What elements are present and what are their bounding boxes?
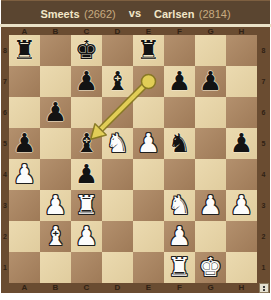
file-label-a: A	[9, 282, 40, 293]
square-h7[interactable]	[226, 66, 257, 97]
square-h5[interactable]: ♟	[226, 128, 257, 159]
rank-label-6: 6	[1, 97, 9, 128]
square-c2[interactable]: ♟	[71, 221, 102, 252]
square-h4[interactable]	[226, 159, 257, 190]
square-c8[interactable]: ♚	[71, 35, 102, 66]
square-g8[interactable]	[195, 35, 226, 66]
white-pawn-b3[interactable]: ♟	[40, 190, 71, 221]
square-e7[interactable]	[133, 66, 164, 97]
white-knight-d5[interactable]: ♞	[102, 128, 133, 159]
square-g1[interactable]: ♚	[195, 252, 226, 283]
rank-label-7: 7	[257, 66, 270, 97]
square-d5[interactable]: ♞	[102, 128, 133, 159]
square-a7[interactable]	[9, 66, 40, 97]
square-f5[interactable]: ♞	[164, 128, 195, 159]
black-pawn-b6[interactable]: ♟	[40, 97, 71, 128]
square-h8[interactable]	[226, 35, 257, 66]
square-d7[interactable]: ♝	[102, 66, 133, 97]
square-f3[interactable]: ♞	[164, 190, 195, 221]
rank-label-7: 7	[1, 66, 9, 97]
square-g2[interactable]	[195, 221, 226, 252]
black-bishop-c5[interactable]: ♝	[71, 128, 102, 159]
black-name: Carlsen	[154, 8, 194, 20]
chess-board: ♜♚♜♟♝♟♟♟♟♝♞♟♞♟♟♟♟♜♞♟♟♝♟♟♜♚	[9, 35, 257, 283]
grip-dot	[263, 286, 265, 288]
square-e3[interactable]	[133, 190, 164, 221]
square-c3[interactable]: ♜	[71, 190, 102, 221]
white-pawn-a4[interactable]: ♟	[9, 159, 40, 190]
file-label-d: D	[102, 282, 133, 293]
square-d4[interactable]	[102, 159, 133, 190]
square-d2[interactable]	[102, 221, 133, 252]
square-f1[interactable]: ♜	[164, 252, 195, 283]
square-c4[interactable]: ♟	[71, 159, 102, 190]
square-a4[interactable]: ♟	[9, 159, 40, 190]
square-d8[interactable]	[102, 35, 133, 66]
square-b5[interactable]	[40, 128, 71, 159]
rank-label-4: 4	[1, 159, 9, 190]
square-h6[interactable]	[226, 97, 257, 128]
white-pawn-c2[interactable]: ♟	[71, 221, 102, 252]
rank-label-5: 5	[1, 128, 9, 159]
square-c1[interactable]	[71, 252, 102, 283]
square-e1[interactable]	[133, 252, 164, 283]
square-e5[interactable]: ♟	[133, 128, 164, 159]
square-f7[interactable]: ♟	[164, 66, 195, 97]
square-h1[interactable]	[226, 252, 257, 283]
square-c6[interactable]	[71, 97, 102, 128]
square-b1[interactable]	[40, 252, 71, 283]
square-f6[interactable]	[164, 97, 195, 128]
white-pawn-f2[interactable]: ♟	[164, 221, 195, 252]
file-label-c: C	[71, 282, 102, 293]
square-g4[interactable]	[195, 159, 226, 190]
black-pawn-h5[interactable]: ♟	[226, 128, 257, 159]
white-knight-f3[interactable]: ♞	[164, 190, 195, 221]
file-label-b: B	[40, 282, 71, 293]
square-b6[interactable]: ♟	[40, 97, 71, 128]
square-c5[interactable]: ♝	[71, 128, 102, 159]
white-player-name: Smeets (2662)	[40, 4, 115, 22]
square-a8[interactable]: ♜	[9, 35, 40, 66]
square-c7[interactable]: ♟	[71, 66, 102, 97]
white-rook-f1[interactable]: ♜	[164, 252, 195, 283]
white-king-g1[interactable]: ♚	[195, 252, 226, 283]
black-rook-e8[interactable]: ♜	[133, 35, 164, 66]
square-b4[interactable]	[40, 159, 71, 190]
square-d6[interactable]	[102, 97, 133, 128]
bottom-margin	[0, 293, 271, 300]
square-g5[interactable]	[195, 128, 226, 159]
board-frame: ABCDEFGH 87654321 87654321 ♜♚♜♟♝♟♟♟♟♝♞♟♞…	[1, 27, 270, 293]
black-knight-f5[interactable]: ♞	[164, 128, 195, 159]
black-pawn-c4[interactable]: ♟	[71, 159, 102, 190]
square-a3[interactable]	[9, 190, 40, 221]
rank-label-3: 3	[1, 190, 9, 221]
black-rook-a8[interactable]: ♜	[9, 35, 40, 66]
chess-widget: Smeets (2662) vs Carlsen (2814) ABCDEFGH…	[0, 0, 271, 300]
white-rating: (2662)	[84, 8, 116, 20]
square-e2[interactable]	[133, 221, 164, 252]
white-pawn-e5[interactable]: ♟	[133, 128, 164, 159]
resize-grip[interactable]	[259, 283, 269, 293]
rank-labels-right: 87654321	[257, 35, 270, 283]
black-pawn-f7[interactable]: ♟	[164, 66, 195, 97]
square-e8[interactable]: ♜	[133, 35, 164, 66]
rank-labels-left: 87654321	[1, 35, 9, 283]
square-f4[interactable]	[164, 159, 195, 190]
rank-label-6: 6	[257, 97, 270, 128]
black-bishop-d7[interactable]: ♝	[102, 66, 133, 97]
game-header: Smeets (2662) vs Carlsen (2814)	[1, 0, 270, 24]
white-pawn-h3[interactable]: ♟	[226, 190, 257, 221]
black-king-c8[interactable]: ♚	[71, 35, 102, 66]
square-b7[interactable]	[40, 66, 71, 97]
rank-label-3: 3	[257, 190, 270, 221]
square-f8[interactable]	[164, 35, 195, 66]
square-b2[interactable]: ♝	[40, 221, 71, 252]
black-pawn-c7[interactable]: ♟	[71, 66, 102, 97]
rank-label-1: 1	[257, 252, 270, 283]
black-pawn-a5[interactable]: ♟	[9, 128, 40, 159]
white-bishop-b2[interactable]: ♝	[40, 221, 71, 252]
square-h3[interactable]: ♟	[226, 190, 257, 221]
square-d3[interactable]	[102, 190, 133, 221]
rank-label-8: 8	[1, 35, 9, 66]
file-label-g: G	[195, 282, 226, 293]
vs-label: vs	[129, 7, 141, 19]
white-pawn-g3[interactable]: ♟	[195, 190, 226, 221]
rank-label-2: 2	[257, 221, 270, 252]
file-label-f: F	[164, 282, 195, 293]
file-labels-bottom: ABCDEFGH	[9, 282, 257, 293]
rank-label-1: 1	[1, 252, 9, 283]
rank-label-4: 4	[257, 159, 270, 190]
black-rating: (2814)	[199, 8, 231, 20]
square-f2[interactable]: ♟	[164, 221, 195, 252]
square-g6[interactable]	[195, 97, 226, 128]
square-a5[interactable]: ♟	[9, 128, 40, 159]
white-rook-c3[interactable]: ♜	[71, 190, 102, 221]
square-e4[interactable]	[133, 159, 164, 190]
square-d1[interactable]	[102, 252, 133, 283]
square-b3[interactable]: ♟	[40, 190, 71, 221]
square-g3[interactable]: ♟	[195, 190, 226, 221]
white-name: Smeets	[40, 8, 79, 20]
square-a2[interactable]	[9, 221, 40, 252]
square-g7[interactable]: ♟	[195, 66, 226, 97]
rank-label-2: 2	[1, 221, 9, 252]
square-a6[interactable]	[9, 97, 40, 128]
black-player-name: Carlsen (2814)	[154, 4, 231, 22]
square-a1[interactable]	[9, 252, 40, 283]
file-label-h: H	[226, 282, 257, 293]
file-label-e: E	[133, 282, 164, 293]
rank-label-5: 5	[257, 128, 270, 159]
square-h2[interactable]	[226, 221, 257, 252]
rank-label-8: 8	[257, 35, 270, 66]
square-b8[interactable]	[40, 35, 71, 66]
square-e6[interactable]	[133, 97, 164, 128]
black-pawn-g7[interactable]: ♟	[195, 66, 226, 97]
grip-dot	[263, 289, 265, 291]
